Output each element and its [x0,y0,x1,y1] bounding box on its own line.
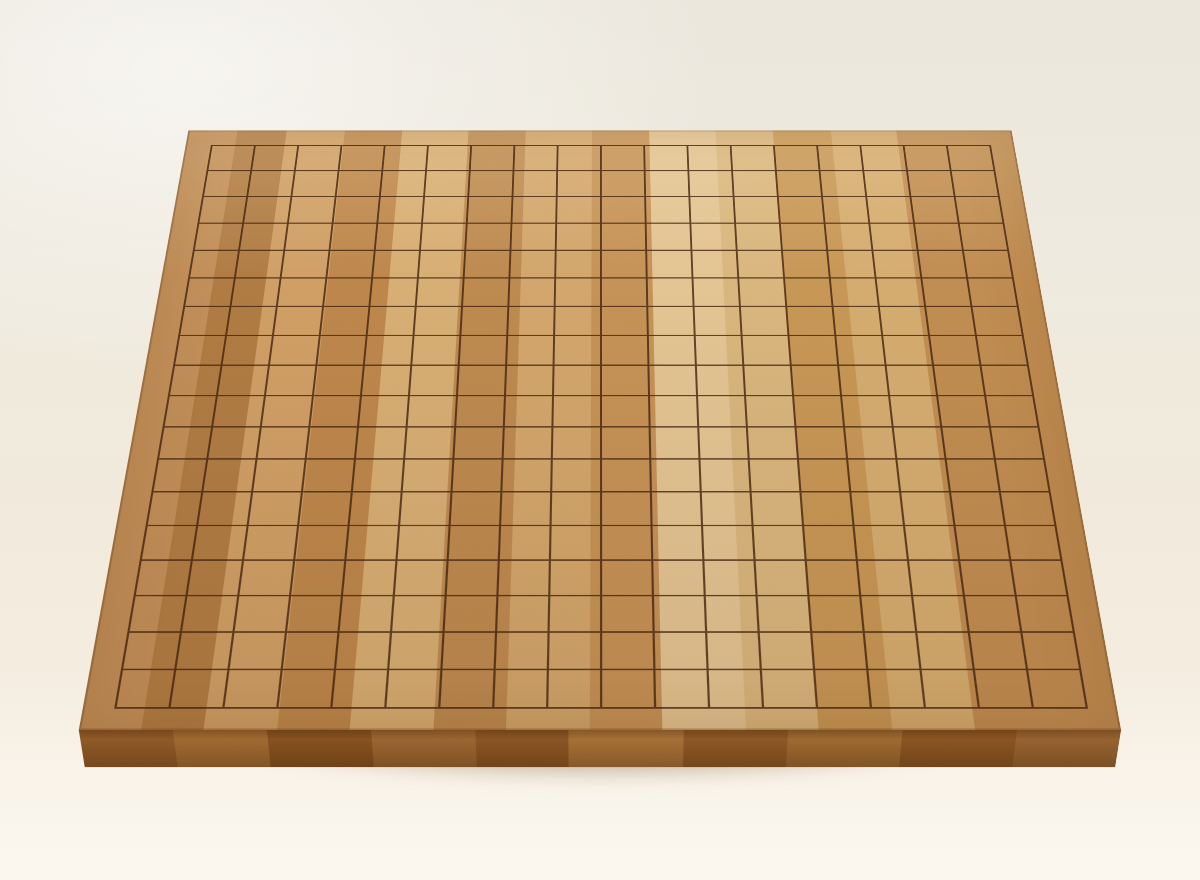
scene [0,0,1200,880]
go-grid[interactable] [114,145,1088,709]
board-front-face [79,730,1121,767]
board-surface [79,130,1121,730]
photo-backdrop [0,0,1200,880]
game-board [79,130,1121,730]
